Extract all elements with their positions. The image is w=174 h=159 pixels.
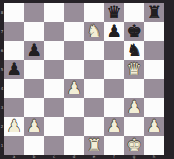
square-a8[interactable]	[4, 3, 24, 22]
rank-label-2: 2	[0, 125, 4, 129]
square-c7[interactable]	[44, 22, 64, 41]
square-g2[interactable]	[124, 117, 144, 136]
black-pawn-f7[interactable]: ♟	[106, 22, 121, 41]
square-c4[interactable]	[44, 79, 64, 98]
rank-label-4: 4	[0, 87, 4, 91]
white-pawn-b2[interactable]: ♟	[26, 117, 41, 136]
file-label-c: c	[44, 155, 64, 159]
square-c1[interactable]	[44, 136, 64, 155]
square-h6[interactable]	[144, 41, 164, 60]
square-d5[interactable]	[64, 60, 84, 79]
rank-label-5: 5	[0, 68, 4, 72]
black-rook-h8[interactable]: ♜	[146, 3, 161, 22]
white-pawn-h2[interactable]: ♟	[146, 117, 161, 136]
square-c2[interactable]	[44, 117, 64, 136]
square-d3[interactable]	[64, 98, 84, 117]
square-b4[interactable]	[24, 79, 44, 98]
rank-label-3: 3	[0, 106, 4, 110]
square-c8[interactable]	[44, 3, 64, 22]
square-e1[interactable]: ♜	[84, 136, 104, 155]
square-g3[interactable]: ♟	[124, 98, 144, 117]
square-e7[interactable]: ♞	[84, 22, 104, 41]
square-d4[interactable]: ♟	[64, 79, 84, 98]
square-b7[interactable]	[24, 22, 44, 41]
square-c3[interactable]	[44, 98, 64, 117]
square-h8[interactable]: ♜	[144, 3, 164, 22]
black-pawn-a5[interactable]: ♟	[6, 60, 21, 79]
square-f2[interactable]: ♟	[104, 117, 124, 136]
file-label-h: h	[144, 155, 164, 159]
black-pawn-b6[interactable]: ♟	[26, 41, 41, 60]
file-label-a: a	[4, 155, 24, 159]
square-f4[interactable]	[104, 79, 124, 98]
square-d7[interactable]	[64, 22, 84, 41]
file-label-e: e	[84, 155, 104, 159]
chess-board-window: ♛♜♞♟♚♟♞♟♛♟♟♟♟♟♟♜♚ 87654321 abcdefgh	[0, 0, 174, 159]
square-h7[interactable]	[144, 22, 164, 41]
white-king-g1[interactable]: ♚	[126, 136, 141, 155]
square-h4[interactable]	[144, 79, 164, 98]
square-h5[interactable]	[144, 60, 164, 79]
square-d2[interactable]	[64, 117, 84, 136]
square-b8[interactable]	[24, 3, 44, 22]
black-king-g7[interactable]: ♚	[126, 22, 141, 41]
square-f5[interactable]	[104, 60, 124, 79]
square-g6[interactable]: ♞	[124, 41, 144, 60]
white-pawn-a2[interactable]: ♟	[6, 117, 21, 136]
square-g1[interactable]: ♚	[124, 136, 144, 155]
black-queen-f8[interactable]: ♛	[106, 3, 121, 22]
black-knight-g6[interactable]: ♞	[126, 41, 141, 60]
square-a4[interactable]	[4, 79, 24, 98]
square-b6[interactable]: ♟	[24, 41, 44, 60]
square-g4[interactable]	[124, 79, 144, 98]
white-knight-e7[interactable]: ♞	[86, 22, 101, 41]
square-h3[interactable]	[144, 98, 164, 117]
square-a3[interactable]	[4, 98, 24, 117]
file-label-g: g	[124, 155, 144, 159]
file-label-d: d	[64, 155, 84, 159]
square-a1[interactable]	[4, 136, 24, 155]
square-a7[interactable]	[4, 22, 24, 41]
file-label-f: f	[104, 155, 124, 159]
white-rook-e1[interactable]: ♜	[86, 136, 101, 155]
rank-label-6: 6	[0, 49, 4, 53]
square-d8[interactable]	[64, 3, 84, 22]
square-b5[interactable]	[24, 60, 44, 79]
white-pawn-d4[interactable]: ♟	[66, 79, 81, 98]
chess-board: ♛♜♞♟♚♟♞♟♛♟♟♟♟♟♟♜♚	[4, 3, 164, 155]
square-a5[interactable]: ♟	[4, 60, 24, 79]
square-e8[interactable]	[84, 3, 104, 22]
square-f8[interactable]: ♛	[104, 3, 124, 22]
square-e4[interactable]	[84, 79, 104, 98]
square-h1[interactable]	[144, 136, 164, 155]
square-d6[interactable]	[64, 41, 84, 60]
square-e6[interactable]	[84, 41, 104, 60]
rank-label-1: 1	[0, 144, 4, 148]
square-a2[interactable]: ♟	[4, 117, 24, 136]
square-g5[interactable]: ♛	[124, 60, 144, 79]
white-pawn-g3[interactable]: ♟	[126, 98, 141, 117]
square-c5[interactable]	[44, 60, 64, 79]
square-e3[interactable]	[84, 98, 104, 117]
square-b3[interactable]	[24, 98, 44, 117]
square-g7[interactable]: ♚	[124, 22, 144, 41]
square-b2[interactable]: ♟	[24, 117, 44, 136]
square-b1[interactable]	[24, 136, 44, 155]
square-f3[interactable]	[104, 98, 124, 117]
file-label-b: b	[24, 155, 44, 159]
square-f1[interactable]	[104, 136, 124, 155]
white-queen-g5[interactable]: ♛	[126, 60, 141, 79]
white-pawn-f2[interactable]: ♟	[106, 117, 121, 136]
square-d1[interactable]	[64, 136, 84, 155]
square-c6[interactable]	[44, 41, 64, 60]
square-g8[interactable]	[124, 3, 144, 22]
square-e5[interactable]	[84, 60, 104, 79]
square-e2[interactable]	[84, 117, 104, 136]
rank-label-7: 7	[0, 30, 4, 34]
square-h2[interactable]: ♟	[144, 117, 164, 136]
square-f7[interactable]: ♟	[104, 22, 124, 41]
square-f6[interactable]	[104, 41, 124, 60]
rank-label-8: 8	[0, 11, 4, 15]
square-a6[interactable]	[4, 41, 24, 60]
